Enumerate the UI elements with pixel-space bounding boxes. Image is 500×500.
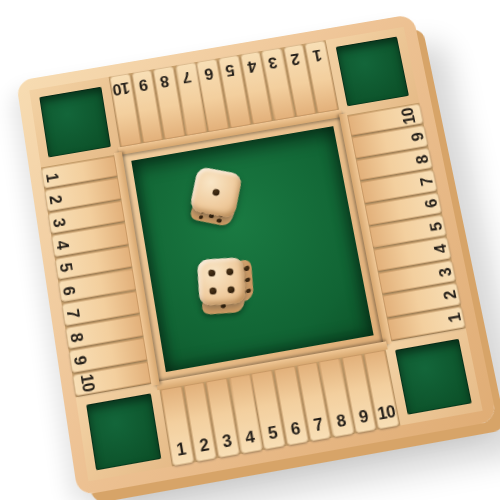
die-pip	[212, 188, 220, 196]
center-tray	[121, 116, 384, 382]
tile-number: 10	[77, 373, 99, 393]
tile-number: 4	[247, 57, 258, 76]
tile-number: 6	[421, 198, 441, 209]
tile-number: 3	[435, 266, 455, 277]
tile-number: 1	[42, 172, 62, 183]
tile-number: 5	[425, 221, 445, 232]
tile-number: 2	[439, 289, 459, 301]
tile-number: 8	[160, 72, 171, 91]
corner-tray-top-left	[29, 77, 121, 168]
die-pip	[226, 268, 233, 275]
tile-number: 7	[182, 68, 193, 87]
tile-number: 8	[412, 154, 432, 165]
tile-number: 4	[243, 427, 255, 448]
tile-number: 2	[198, 435, 210, 456]
die-face-top-4	[197, 257, 246, 306]
tile-number: 6	[203, 64, 214, 83]
tile-number: 6	[289, 419, 301, 440]
corner-tray-bottom-left	[76, 383, 172, 482]
die-2[interactable]	[197, 257, 246, 306]
tile-number: 7	[312, 414, 324, 435]
tile-number: 1	[444, 312, 465, 324]
tile-number: 2	[45, 194, 65, 205]
die-pip	[198, 215, 204, 220]
tile-number: 9	[357, 406, 369, 427]
tile-number: 7	[416, 176, 436, 187]
corner-tray-top-right	[326, 27, 420, 116]
tile-number: 2	[290, 50, 301, 69]
die-pip	[246, 288, 251, 294]
product-photo: 10987654321 10987654321 12345678910 1234…	[0, 0, 500, 500]
corner-tray-bottom-right	[384, 328, 482, 425]
board-face: 10987654321 10987654321 12345678910 1234…	[29, 27, 482, 481]
tile-number: 9	[138, 75, 149, 94]
tile-number: 10	[376, 402, 397, 424]
corner-felt	[86, 393, 161, 470]
tile-number: 1	[175, 439, 187, 460]
die-pip	[209, 287, 216, 294]
die-pip	[216, 218, 222, 223]
shut-the-box-board: 10987654321 10987654321 12345678910 1234…	[16, 14, 497, 496]
tile-number: 8	[335, 410, 347, 431]
corner-felt	[395, 339, 472, 415]
tile-number: 8	[66, 331, 86, 343]
die-pip	[227, 286, 234, 293]
tile-number: 4	[430, 244, 450, 255]
tile-number: 5	[225, 61, 236, 80]
tile-number: 7	[62, 308, 82, 320]
die-pip	[208, 270, 215, 277]
corner-felt	[336, 37, 409, 107]
tile-number: 5	[55, 262, 75, 273]
tile-number: 10	[112, 78, 131, 98]
center-felt	[131, 126, 373, 372]
die-pip	[245, 265, 250, 271]
corner-felt	[39, 87, 111, 158]
tile-number: 5	[266, 423, 278, 444]
die-face-top-1	[189, 166, 243, 218]
tile-number: 3	[221, 431, 233, 452]
die-pip	[245, 277, 250, 283]
tile-number: 4	[52, 239, 72, 250]
tile-number: 3	[49, 216, 69, 227]
tile-number: 1	[312, 46, 323, 65]
tile-number: 9	[407, 132, 427, 143]
tile-number: 10	[398, 106, 420, 125]
die-1[interactable]	[189, 166, 243, 218]
tile-number: 3	[268, 53, 280, 72]
tile-number: 9	[69, 354, 89, 366]
tile-number: 6	[59, 285, 79, 296]
